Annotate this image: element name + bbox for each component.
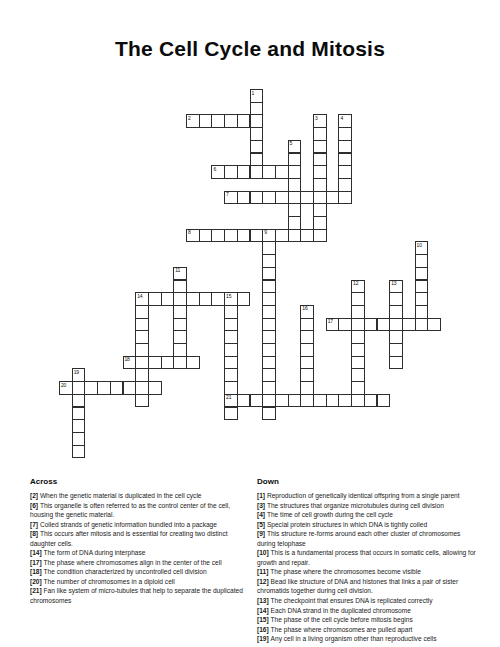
- grid-cell[interactable]: [288, 178, 302, 192]
- grid-cell[interactable]: [186, 292, 200, 306]
- grid-cell[interactable]: [211, 229, 225, 243]
- puzzle-title: The Cell Cycle and Mitosis: [0, 37, 500, 61]
- clue-item-number: [2]: [30, 492, 40, 499]
- grid-cell[interactable]: [72, 432, 86, 446]
- grid-cell[interactable]: [313, 229, 327, 243]
- grid-cell[interactable]: [135, 394, 149, 408]
- grid-cell[interactable]: [313, 178, 327, 192]
- clue-item: [14] Each DNA strand in the duplicated c…: [257, 606, 476, 616]
- grid-cell[interactable]: [300, 356, 314, 370]
- grid-cell[interactable]: [415, 305, 429, 319]
- grid-cell[interactable]: [262, 165, 276, 179]
- grid-cell[interactable]: [161, 292, 175, 306]
- grid-cell[interactable]: [351, 381, 365, 395]
- grid-cell[interactable]: [364, 318, 378, 332]
- grid-cell[interactable]: [338, 140, 352, 154]
- grid-cell[interactable]: [135, 330, 149, 344]
- grid-cell[interactable]: [148, 356, 162, 370]
- grid-cell[interactable]: [262, 381, 276, 395]
- clue-item-number: [5]: [257, 521, 267, 528]
- grid-cell[interactable]: [250, 140, 264, 154]
- grid-cell[interactable]: [224, 229, 238, 243]
- grid-cell[interactable]: [313, 191, 327, 205]
- clue-item: [19] Any cell in a living organism other…: [257, 634, 476, 644]
- grid-cell[interactable]: [326, 394, 340, 408]
- clue-number: 10: [417, 243, 422, 248]
- clue-number: 11: [175, 268, 180, 273]
- clue-number: 16: [302, 306, 307, 311]
- grid-cell[interactable]: [250, 394, 264, 408]
- grid-cell[interactable]: [338, 165, 352, 179]
- grid-cell[interactable]: [313, 140, 327, 154]
- clue-item-number: [16]: [257, 626, 271, 633]
- grid-cell[interactable]: [224, 165, 238, 179]
- grid-cell[interactable]: [135, 368, 149, 382]
- clue-item-number: [10]: [257, 549, 271, 556]
- clue-item: [16] The phase where chromosomes are pul…: [257, 625, 476, 635]
- grid-cell[interactable]: [338, 127, 352, 141]
- clue-number: 18: [125, 357, 130, 362]
- across-clue-list: [2] When the genetic material is duplica…: [30, 491, 249, 606]
- clue-item: [15] The phase of the cell cycle before …: [257, 615, 476, 625]
- grid-cell[interactable]: [300, 229, 314, 243]
- clue-number: 19: [74, 370, 79, 375]
- clue-item: [17] The phase where chromosomes align i…: [30, 558, 249, 568]
- clue-number: 3: [315, 116, 318, 121]
- clue-number: 13: [391, 281, 396, 286]
- clue-item: [21] Fan like system of micro-tubules th…: [30, 586, 249, 605]
- grid-cell[interactable]: [326, 191, 340, 205]
- grid-cell[interactable]: [224, 114, 238, 128]
- grid-cell[interactable]: [288, 203, 302, 217]
- grid-cell[interactable]: [262, 318, 276, 332]
- grid-cell[interactable]: [250, 127, 264, 141]
- grid-cell[interactable]: [351, 292, 365, 306]
- grid-cell[interactable]: [135, 305, 149, 319]
- clue-item: [4] The time of cell growth during the c…: [257, 510, 476, 520]
- grid-cell[interactable]: [262, 254, 276, 268]
- crossword-grid: 123456789101112131415161718192021: [59, 89, 442, 459]
- grid-cell[interactable]: [351, 318, 365, 332]
- grid-cell[interactable]: [199, 229, 213, 243]
- grid-cell[interactable]: [250, 229, 264, 243]
- grid-cell[interactable]: [224, 318, 238, 332]
- clue-number: 20: [61, 383, 66, 388]
- grid-cell[interactable]: [224, 305, 238, 319]
- grid-cell[interactable]: [313, 203, 327, 217]
- grid-cell[interactable]: [250, 165, 264, 179]
- grid-cell[interactable]: [237, 394, 251, 408]
- grid-cell[interactable]: [262, 330, 276, 344]
- grid-cell[interactable]: [72, 445, 86, 459]
- grid-cell[interactable]: [389, 292, 403, 306]
- grid-cell[interactable]: [389, 318, 403, 332]
- clue-item: [20] The number of chromosomes in a dipl…: [30, 577, 249, 587]
- grid-cell[interactable]: [173, 343, 187, 357]
- grid-cell[interactable]: [135, 343, 149, 357]
- grid-cell[interactable]: [288, 229, 302, 243]
- grid-cell[interactable]: [250, 153, 264, 167]
- clue-item-number: [4]: [257, 511, 267, 518]
- grid-cell[interactable]: [262, 356, 276, 370]
- grid-cell[interactable]: [173, 356, 187, 370]
- grid-cell[interactable]: [186, 356, 200, 370]
- grid-cell[interactable]: [338, 191, 352, 205]
- grid-cell[interactable]: [351, 394, 365, 408]
- clue-item-number: [6]: [30, 502, 40, 509]
- grid-cell[interactable]: [275, 394, 289, 408]
- clue-item-number: [21]: [30, 587, 44, 594]
- grid-cell[interactable]: [72, 381, 86, 395]
- grid-cell[interactable]: [415, 254, 429, 268]
- clue-number: 7: [226, 192, 229, 197]
- grid-cell[interactable]: [262, 280, 276, 294]
- grid-cell[interactable]: [338, 394, 352, 408]
- grid-cell[interactable]: [415, 292, 429, 306]
- clue-item: [6] This organelle is often referred to …: [30, 501, 249, 520]
- grid-cell[interactable]: [313, 153, 327, 167]
- grid-cell[interactable]: [338, 318, 352, 332]
- clue-item-number: [7]: [30, 521, 40, 528]
- grid-cell[interactable]: [173, 330, 187, 344]
- clue-item: [1] Reproduction of genetically identica…: [257, 491, 476, 501]
- grid-cell[interactable]: [288, 153, 302, 167]
- grid-cell[interactable]: [72, 407, 86, 421]
- grid-cell[interactable]: [313, 127, 327, 141]
- clue-item: [5] Special protein structures in which …: [257, 520, 476, 530]
- grid-cell[interactable]: [237, 191, 251, 205]
- grid-cell[interactable]: [72, 419, 86, 433]
- clue-item-number: [3]: [257, 502, 267, 509]
- grid-cell[interactable]: [262, 343, 276, 357]
- clue-number: 2: [188, 116, 191, 121]
- grid-cell[interactable]: [262, 292, 276, 306]
- grid-cell[interactable]: [148, 292, 162, 306]
- grid-cell[interactable]: [402, 318, 416, 332]
- grid-cell[interactable]: [300, 343, 314, 357]
- clue-number: 1: [252, 91, 255, 96]
- grid-cell[interactable]: [173, 292, 187, 306]
- clue-item-number: [20]: [30, 578, 44, 585]
- grid-cell[interactable]: [288, 216, 302, 230]
- grid-cell[interactable]: [224, 356, 238, 370]
- grid-cell[interactable]: [275, 229, 289, 243]
- down-clues-section: Down [1] Reproduction of genetically ide…: [257, 477, 476, 644]
- clue-item-number: [19]: [257, 635, 271, 642]
- clue-item-number: [14]: [257, 607, 271, 614]
- grid-cell[interactable]: [211, 114, 225, 128]
- clue-item: [18] The condition characterized by unco…: [30, 567, 249, 577]
- grid-cell[interactable]: [300, 381, 314, 395]
- grid-cell[interactable]: [173, 305, 187, 319]
- clue-item-number: [15]: [257, 616, 271, 623]
- grid-cell[interactable]: [427, 318, 441, 332]
- grid-cell[interactable]: [237, 229, 251, 243]
- grid-cell[interactable]: [300, 330, 314, 344]
- grid-cell[interactable]: [135, 318, 149, 332]
- grid-cell[interactable]: [161, 356, 175, 370]
- grid-cell[interactable]: [211, 292, 225, 306]
- across-clues-section: Across [2] When the genetic material is …: [30, 477, 249, 606]
- grid-cell[interactable]: [224, 407, 238, 421]
- clue-number: 8: [188, 230, 191, 235]
- grid-cell[interactable]: [415, 318, 429, 332]
- grid-cell[interactable]: [351, 330, 365, 344]
- grid-cell[interactable]: [237, 165, 251, 179]
- grid-cell[interactable]: [389, 330, 403, 344]
- grid-cell[interactable]: [199, 114, 213, 128]
- clue-item: [7] Coiled strands of genetic informatio…: [30, 520, 249, 530]
- grid-cell[interactable]: [224, 343, 238, 357]
- grid-cell[interactable]: [351, 356, 365, 370]
- clue-item: [8] This occurs after mitosis and is ess…: [30, 529, 249, 548]
- grid-cell[interactable]: [288, 191, 302, 205]
- clue-item: [11] The phase where the chromosomes bec…: [257, 567, 476, 577]
- grid-cell[interactable]: [313, 394, 327, 408]
- down-header: Down: [257, 477, 476, 486]
- clue-item: [3] The structures that organize microtu…: [257, 501, 476, 511]
- grid-cell[interactable]: [275, 191, 289, 205]
- grid-cell[interactable]: [351, 368, 365, 382]
- clue-number: 21: [226, 395, 231, 400]
- grid-cell[interactable]: [250, 102, 264, 116]
- grid-cell[interactable]: [415, 267, 429, 281]
- grid-cell[interactable]: [351, 343, 365, 357]
- clue-item: [2] When the genetic material is duplica…: [30, 491, 249, 501]
- clue-item: [13] The checkpoint that ensures DNA is …: [257, 596, 476, 606]
- grid-cell[interactable]: [224, 381, 238, 395]
- grid-cell[interactable]: [300, 394, 314, 408]
- grid-cell[interactable]: [415, 280, 429, 294]
- clue-number: 4: [340, 116, 343, 121]
- crossword-worksheet: The Cell Cycle and Mitosis 1234567891011…: [0, 0, 500, 647]
- grid-cell[interactable]: [135, 356, 149, 370]
- grid-cell[interactable]: [199, 292, 213, 306]
- grid-cell[interactable]: [237, 292, 251, 306]
- clue-item-number: [18]: [30, 568, 44, 575]
- grid-cell[interactable]: [313, 216, 327, 230]
- clue-item: [12] Bead like structure of DNA and hist…: [257, 577, 476, 596]
- grid-cell[interactable]: [262, 267, 276, 281]
- grid-cell[interactable]: [97, 381, 111, 395]
- grid-cell[interactable]: [72, 394, 86, 408]
- grid-cell[interactable]: [351, 305, 365, 319]
- grid-cell[interactable]: [377, 394, 391, 408]
- clue-number: 14: [137, 294, 142, 299]
- grid-cell[interactable]: [262, 305, 276, 319]
- grid-cell[interactable]: [377, 318, 391, 332]
- grid-cell[interactable]: [275, 165, 289, 179]
- grid-cell[interactable]: [300, 191, 314, 205]
- clue-number: 9: [264, 230, 267, 235]
- clue-number: 12: [353, 281, 358, 286]
- grid-cell[interactable]: [300, 368, 314, 382]
- clue-item-number: [1]: [257, 492, 267, 499]
- clue-item-number: [14]: [30, 549, 44, 556]
- grid-cell[interactable]: [389, 356, 403, 370]
- grid-cell[interactable]: [173, 318, 187, 332]
- clue-item-number: [11]: [257, 568, 270, 575]
- grid-cell[interactable]: [110, 381, 124, 395]
- clue-item-number: [17]: [30, 559, 44, 566]
- grid-cell[interactable]: [123, 381, 137, 395]
- clue-item-number: [13]: [257, 597, 271, 604]
- grid-cell[interactable]: [84, 381, 98, 395]
- grid-cell[interactable]: [224, 330, 238, 344]
- grid-cell[interactable]: [338, 178, 352, 192]
- grid-cell[interactable]: [262, 407, 276, 421]
- clue-item-number: [12]: [257, 578, 271, 585]
- grid-cell[interactable]: [262, 394, 276, 408]
- grid-cell[interactable]: [338, 153, 352, 167]
- across-header: Across: [30, 477, 249, 486]
- clue-item-number: [8]: [30, 530, 40, 537]
- grid-cell[interactable]: [262, 368, 276, 382]
- grid-cell[interactable]: [288, 394, 302, 408]
- clue-number: 5: [290, 141, 293, 146]
- down-clue-list: [1] Reproduction of genetically identica…: [257, 491, 476, 644]
- grid-cell[interactable]: [148, 381, 162, 395]
- grid-cell[interactable]: [250, 114, 264, 128]
- grid-cell[interactable]: [224, 368, 238, 382]
- grid-cell[interactable]: [250, 191, 264, 205]
- clue-number: 17: [328, 319, 333, 324]
- grid-cell[interactable]: [288, 165, 302, 179]
- clue-number: 15: [226, 294, 231, 299]
- clue-item: [10] This is a fundamental process that …: [257, 548, 476, 567]
- grid-cell[interactable]: [173, 280, 187, 294]
- clue-item: [14] The form of DNA during interphase: [30, 548, 249, 558]
- grid-cell[interactable]: [389, 305, 403, 319]
- grid-cell[interactable]: [135, 381, 149, 395]
- clue-number: 6: [213, 167, 216, 172]
- clue-item-number: [9]: [257, 530, 267, 537]
- grid-cell[interactable]: [364, 394, 378, 408]
- clue-item: [9] This structure re-forms around each …: [257, 529, 476, 548]
- grid-cell[interactable]: [262, 191, 276, 205]
- grid-cell[interactable]: [313, 165, 327, 179]
- grid-cell[interactable]: [300, 318, 314, 332]
- grid-cell[interactable]: [262, 241, 276, 255]
- grid-cell[interactable]: [389, 343, 403, 357]
- grid-cell[interactable]: [237, 114, 251, 128]
